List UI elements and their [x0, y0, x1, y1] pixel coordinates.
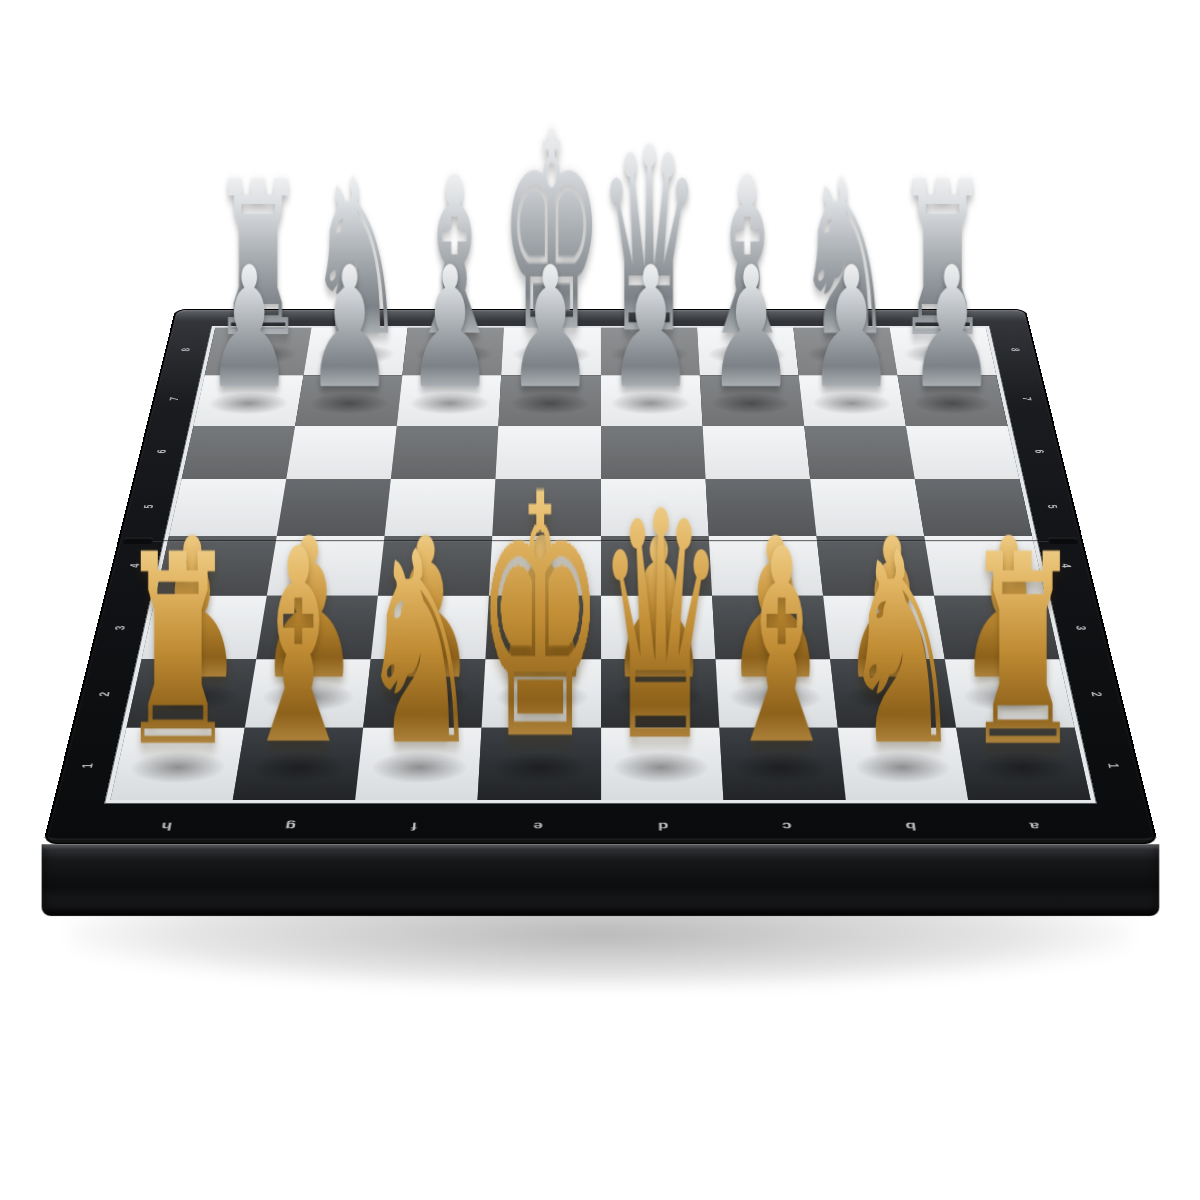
product-photo-stage: ♜♞♝♚♛♝♞♜♟♟♟♟♟♟♟♟♟♟♟♟♟♟♟♟♜♝♞♚♛♝♞♜ hgfedcb… — [0, 0, 1200, 1200]
silver-pawn-piece: ♟ — [506, 245, 594, 412]
square-d7: ♟ — [601, 375, 703, 425]
gold-bishop-piece: ♝ — [239, 515, 359, 783]
rank-label-6: 6 — [107, 444, 214, 459]
square-d1: ♛ — [601, 727, 724, 800]
rank-label-7: 7 — [976, 392, 1080, 406]
rank-label-7: 7 — [121, 392, 225, 406]
silver-pawn-piece: ♟ — [205, 245, 293, 412]
square-c7: ♟ — [699, 375, 804, 425]
silver-pawn-piece: ♟ — [305, 245, 393, 412]
perspective-scene: ♜♞♝♚♛♝♞♜♟♟♟♟♟♟♟♟♟♟♟♟♟♟♟♟♜♝♞♚♛♝♞♜ hgfedcb… — [118, 58, 1083, 1023]
gold-rook-piece: ♜ — [964, 519, 1082, 782]
square-f7: ♟ — [397, 375, 502, 425]
silver-pawn-piece: ♟ — [406, 245, 494, 412]
square-g6 — [286, 426, 397, 479]
gold-knight-piece: ♞ — [841, 517, 963, 783]
square-a1: ♜ — [956, 727, 1091, 800]
file-labels-near-edge: hgfedcba — [103, 819, 1099, 835]
file-label-a: a — [971, 819, 1098, 835]
gold-king-piece: ♚ — [476, 451, 604, 787]
chess-board: ♜♞♝♚♛♝♞♜♟♟♟♟♟♟♟♟♟♟♟♟♟♟♟♟♜♝♞♚♛♝♞♜ hgfedcb… — [43, 309, 1158, 844]
file-label-b: b — [848, 819, 974, 835]
square-f1: ♞ — [355, 727, 482, 800]
silver-pawn-piece: ♟ — [908, 245, 996, 412]
square-g1: ♝ — [233, 727, 364, 800]
square-g7: ♟ — [295, 375, 402, 425]
rank-label-8: 8 — [966, 343, 1067, 356]
file-label-e: e — [476, 819, 600, 835]
silver-pawn-piece: ♟ — [707, 245, 795, 412]
gold-knight-piece: ♞ — [358, 517, 480, 783]
silver-pawn-piece: ♟ — [808, 245, 896, 412]
file-label-f: f — [352, 819, 477, 835]
silver-pawn-piece: ♟ — [607, 245, 695, 412]
square-b1: ♞ — [837, 727, 968, 800]
square-e7: ♟ — [499, 375, 601, 425]
square-b7: ♟ — [798, 375, 905, 425]
square-b6 — [804, 426, 915, 479]
rank-label-8: 8 — [134, 343, 235, 356]
gold-rook-piece: ♜ — [119, 519, 237, 782]
gold-bishop-piece: ♝ — [721, 515, 841, 783]
file-label-g: g — [227, 819, 353, 835]
file-label-c: c — [724, 819, 849, 835]
rank-label-6: 6 — [987, 444, 1094, 459]
square-h1: ♜ — [110, 727, 245, 800]
gold-queen-piece: ♛ — [597, 471, 725, 785]
board-grid: ♜♞♝♚♛♝♞♜♟♟♟♟♟♟♟♟♟♟♟♟♟♟♟♟♜♝♞♚♛♝♞♜ — [105, 326, 1096, 803]
square-c1: ♝ — [719, 727, 846, 800]
board-front-face — [42, 844, 1160, 916]
file-label-h: h — [103, 819, 230, 835]
square-e1: ♚ — [478, 727, 601, 800]
file-label-d: d — [601, 819, 725, 835]
